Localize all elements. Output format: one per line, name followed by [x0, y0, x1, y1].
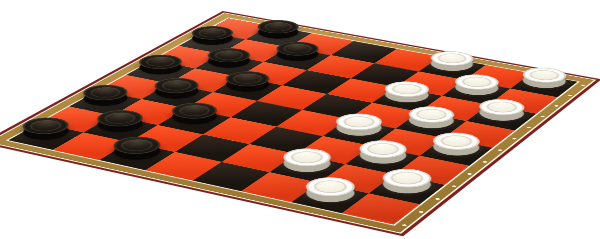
white-checker[interactable]	[516, 75, 573, 95]
photo-stage	[0, 0, 600, 239]
checkers-board	[0, 11, 600, 236]
square-7-6[interactable]	[291, 183, 369, 214]
board-grid	[9, 18, 578, 224]
board-frame-pinstripe	[6, 18, 580, 226]
board-frame-gold-band	[0, 12, 597, 233]
white-checker[interactable]	[425, 140, 486, 163]
white-checker[interactable]	[375, 176, 439, 201]
